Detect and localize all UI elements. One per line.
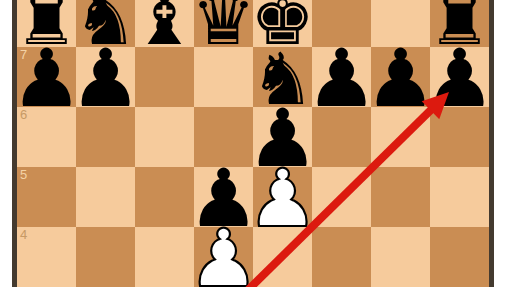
- square-a4[interactable]: 4: [17, 227, 76, 287]
- rank-label-4: 4: [20, 228, 27, 241]
- square-h5[interactable]: [430, 167, 489, 227]
- square-b6[interactable]: [76, 107, 135, 167]
- square-d4[interactable]: ♟: [194, 227, 253, 287]
- square-g5[interactable]: [371, 167, 430, 227]
- square-f6[interactable]: [312, 107, 371, 167]
- square-d8[interactable]: ♛: [194, 0, 253, 47]
- square-c8[interactable]: ♝: [135, 0, 194, 47]
- square-a5[interactable]: 5: [17, 167, 76, 227]
- chess-board: ♜♞♝♛♚♜7♟♟♞♟♟♟6♟5♟♟4♟: [17, 0, 489, 287]
- square-f4[interactable]: [312, 227, 371, 287]
- black-bishop-c8[interactable]: ♝: [132, 0, 197, 49]
- square-f5[interactable]: [312, 167, 371, 227]
- rank-label-5: 5: [20, 168, 27, 181]
- square-d7[interactable]: [194, 47, 253, 107]
- square-b5[interactable]: [76, 167, 135, 227]
- square-a6[interactable]: 6: [17, 107, 76, 167]
- square-c6[interactable]: [135, 107, 194, 167]
- square-g4[interactable]: [371, 227, 430, 287]
- square-e5[interactable]: ♟: [253, 167, 312, 227]
- square-e4[interactable]: [253, 227, 312, 287]
- square-h6[interactable]: [430, 107, 489, 167]
- rank-label-6: 6: [20, 108, 27, 121]
- square-h7[interactable]: ♟: [430, 47, 489, 107]
- black-queen-d8[interactable]: ♛: [191, 0, 256, 49]
- square-c7[interactable]: [135, 47, 194, 107]
- square-b7[interactable]: ♟: [76, 47, 135, 107]
- square-g7[interactable]: ♟: [371, 47, 430, 107]
- white-pawn-d4[interactable]: ♟: [188, 229, 260, 287]
- square-c5[interactable]: [135, 167, 194, 227]
- black-pawn-h7[interactable]: ♟: [424, 49, 496, 109]
- square-a7[interactable]: 7♟: [17, 47, 76, 107]
- square-f7[interactable]: ♟: [312, 47, 371, 107]
- square-b4[interactable]: [76, 227, 135, 287]
- black-pawn-b7[interactable]: ♟: [70, 49, 142, 109]
- square-c4[interactable]: [135, 227, 194, 287]
- chess-app-canvas: ♜♞♝♛♚♜7♟♟♞♟♟♟6♟5♟♟4♟: [0, 0, 510, 287]
- square-g6[interactable]: [371, 107, 430, 167]
- square-h4[interactable]: [430, 227, 489, 287]
